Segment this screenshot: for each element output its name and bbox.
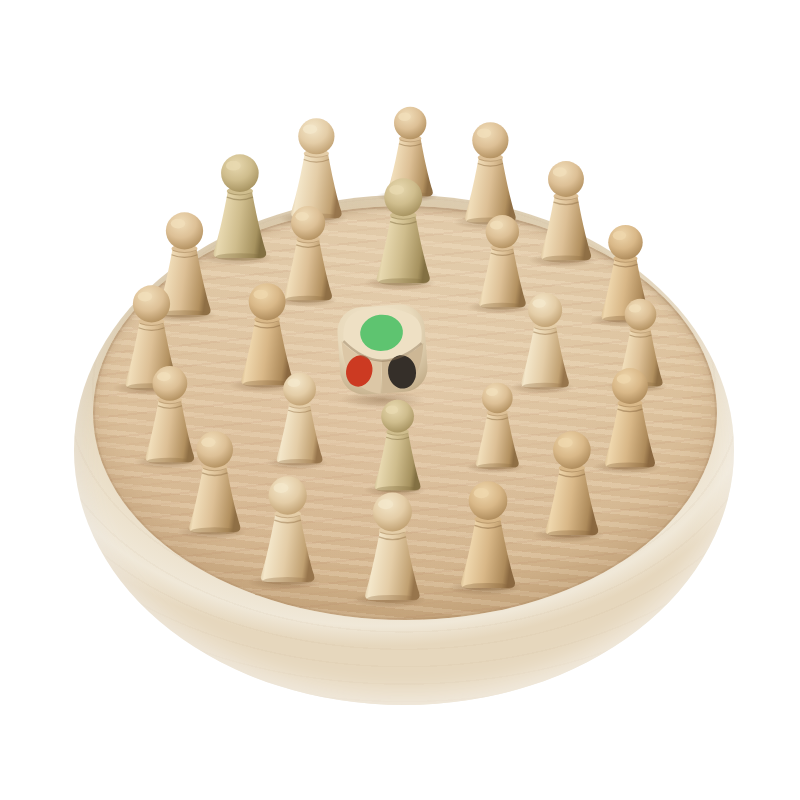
- wooden-pawn[interactable]: [264, 370, 335, 470]
- wooden-pawn[interactable]: [464, 380, 531, 473]
- wooden-pawn[interactable]: [531, 428, 613, 542]
- wooden-pawn[interactable]: [362, 397, 433, 497]
- memory-chess-product-photo: [0, 0, 800, 800]
- wooden-pawn[interactable]: [362, 175, 445, 291]
- wooden-pawn[interactable]: [246, 473, 329, 590]
- color-die[interactable]: [335, 304, 430, 410]
- wooden-pawn[interactable]: [508, 290, 582, 394]
- wooden-pawn[interactable]: [175, 428, 255, 539]
- wooden-pawn[interactable]: [446, 478, 530, 596]
- wooden-pawn[interactable]: [350, 489, 435, 608]
